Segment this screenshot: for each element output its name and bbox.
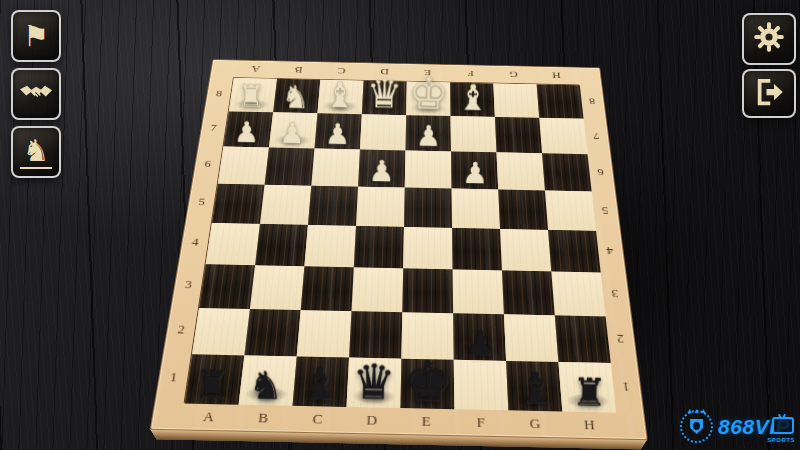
rank-label-right-8: 8	[579, 84, 606, 118]
square-a4[interactable]	[206, 223, 260, 265]
square-h8[interactable]	[537, 84, 584, 119]
file-label-top-d: D	[363, 63, 407, 81]
square-d6[interactable]: ♟	[358, 149, 405, 187]
black-queen-d1[interactable]: ♛	[347, 358, 402, 407]
board-grid: ♜♞♝♛♚♝♟♟♟♟♟♟♟♜♞♝♛♚♝♜	[184, 77, 615, 411]
square-a1[interactable]: ♜	[185, 354, 245, 404]
square-d1[interactable]: ♛	[346, 358, 401, 408]
square-b4[interactable]	[255, 224, 308, 266]
rank-label-right-7: 7	[583, 118, 611, 154]
file-label-top-f: F	[449, 65, 492, 83]
square-c5[interactable]	[308, 186, 358, 226]
gear-icon	[753, 21, 785, 57]
exit-icon	[754, 77, 784, 111]
white-bishop-c8[interactable]: ♝	[318, 77, 363, 113]
handshake-icon	[20, 81, 52, 107]
white-pawn-b7[interactable]: ♟	[269, 118, 315, 147]
square-g7[interactable]	[495, 117, 542, 153]
watermark-sub: SPORTS	[767, 437, 795, 443]
square-c1[interactable]: ♝	[293, 357, 350, 407]
square-c2[interactable]	[297, 310, 352, 358]
white-pawn-c7[interactable]: ♟	[315, 119, 361, 148]
square-c3[interactable]	[301, 266, 354, 311]
square-d4[interactable]	[354, 226, 404, 268]
square-f7[interactable]	[451, 116, 497, 152]
rank-label-right-5: 5	[591, 191, 620, 231]
square-b2[interactable]	[244, 309, 300, 357]
square-b7[interactable]: ♟	[269, 112, 318, 148]
square-e7[interactable]: ♟	[405, 115, 451, 151]
chess-scene: ♜♞♝♛♚♝♟♟♟♟♟♟♟♜♞♝♛♚♝♜ ABCDEFGH ABCDEFGH 8…	[132, 8, 672, 442]
square-g6[interactable]	[497, 152, 545, 190]
square-a3[interactable]	[199, 264, 255, 309]
knight-button[interactable]: ♞	[11, 126, 61, 178]
square-e3[interactable]	[402, 268, 453, 313]
square-f6[interactable]: ♟	[451, 151, 498, 189]
file-label-f: F	[453, 408, 508, 436]
square-d2[interactable]	[349, 311, 402, 359]
black-bishop-g1[interactable]: ♝	[508, 367, 563, 411]
square-h4[interactable]	[548, 230, 601, 273]
square-e4[interactable]	[403, 227, 452, 269]
square-g3[interactable]	[502, 270, 555, 315]
white-pawn-a7[interactable]: ♟	[224, 117, 270, 146]
square-g1[interactable]: ♝	[506, 361, 562, 412]
file-label-b: B	[234, 404, 291, 432]
square-b3[interactable]	[250, 265, 305, 310]
file-label-c: C	[289, 405, 345, 433]
knight-icon: ♞	[20, 136, 53, 169]
square-f4[interactable]	[452, 228, 502, 271]
black-pawn-f2[interactable]: ♟	[454, 326, 507, 360]
watermark-868vip: ▲▲▲ 868VIP SPORTS	[680, 410, 790, 443]
white-pawn-f6[interactable]: ♟	[451, 159, 498, 189]
black-rook-h1[interactable]: ♜	[562, 372, 617, 411]
square-a7[interactable]: ♟	[223, 111, 273, 147]
square-a2[interactable]	[192, 308, 250, 355]
square-c7[interactable]: ♟	[314, 113, 361, 149]
file-label-h: H	[561, 410, 618, 438]
white-pawn-e7[interactable]: ♟	[405, 121, 451, 150]
file-label-a: A	[180, 403, 238, 431]
square-f1[interactable]	[454, 360, 509, 411]
square-d7[interactable]	[360, 114, 406, 150]
square-a8[interactable]: ♜	[229, 78, 277, 112]
white-knight-b8[interactable]: ♞	[273, 80, 318, 112]
flag-icon: ⚑	[23, 22, 49, 51]
rank-label-right-6: 6	[586, 153, 614, 191]
square-h5[interactable]	[545, 191, 596, 231]
rank-label-right-3: 3	[600, 272, 631, 317]
square-e8[interactable]: ♚	[406, 82, 450, 116]
file-label-top-e: E	[406, 64, 449, 82]
square-d3[interactable]	[351, 267, 403, 312]
square-b8[interactable]: ♞	[273, 79, 320, 113]
black-rook-a1[interactable]: ♜	[185, 364, 240, 403]
rank-label-4: 4	[179, 221, 211, 263]
file-label-top-c: C	[319, 62, 363, 80]
settings-button[interactable]	[742, 13, 796, 65]
square-d5[interactable]	[356, 187, 405, 227]
black-king-e1[interactable]: ♚	[400, 353, 455, 408]
exit-button[interactable]	[742, 69, 796, 118]
square-c8[interactable]: ♝	[317, 80, 363, 114]
square-g2[interactable]	[504, 314, 558, 362]
square-a6[interactable]	[218, 147, 269, 185]
square-f5[interactable]	[451, 189, 500, 229]
square-h3[interactable]	[551, 271, 605, 316]
square-f3[interactable]	[453, 269, 504, 314]
file-label-d: D	[344, 406, 399, 434]
square-b1[interactable]: ♞	[239, 355, 297, 405]
file-label-top-a: A	[233, 60, 278, 78]
file-label-top-b: B	[276, 61, 321, 79]
file-label-top-h: H	[534, 67, 579, 85]
tv-icon	[772, 417, 794, 434]
file-label-top-g: G	[492, 66, 536, 84]
file-label-e: E	[399, 407, 454, 435]
white-bishop-f8[interactable]: ♝	[451, 80, 496, 116]
square-g8[interactable]	[493, 83, 539, 118]
square-e1[interactable]: ♚	[400, 359, 454, 410]
black-bishop-c1[interactable]: ♝	[293, 362, 348, 406]
white-rook-a8[interactable]: ♜	[229, 79, 274, 111]
square-h2[interactable]	[555, 315, 611, 363]
square-c4[interactable]	[304, 225, 356, 267]
vip-crest-icon: ▲▲▲	[680, 410, 713, 443]
square-f8[interactable]: ♝	[450, 82, 495, 117]
square-h7[interactable]	[539, 118, 587, 154]
square-h1[interactable]: ♜	[558, 362, 616, 413]
white-pawn-d6[interactable]: ♟	[358, 157, 405, 187]
draw-offer-button[interactable]	[11, 68, 61, 120]
square-a5[interactable]	[212, 184, 265, 224]
resign-button[interactable]: ⚑	[11, 10, 61, 62]
rank-label-right-4: 4	[595, 230, 625, 272]
square-d8[interactable]: ♛	[362, 81, 407, 115]
square-c6[interactable]	[311, 149, 360, 187]
chess-board: ♜♞♝♛♚♝♟♟♟♟♟♟♟♜♞♝♛♚♝♜ ABCDEFGH ABCDEFGH 8…	[150, 59, 648, 440]
black-knight-b1[interactable]: ♞	[239, 365, 294, 404]
square-e5[interactable]	[404, 188, 452, 228]
square-f2[interactable]: ♟	[453, 313, 506, 361]
file-label-g: G	[507, 409, 563, 437]
square-e6[interactable]	[405, 150, 452, 188]
square-b6[interactable]	[265, 148, 315, 186]
square-b5[interactable]	[260, 185, 311, 225]
square-g5[interactable]	[498, 190, 548, 230]
watermark-text: 868VIP SPORTS	[718, 415, 790, 439]
square-g4[interactable]	[500, 229, 551, 272]
square-h6[interactable]	[542, 153, 592, 191]
